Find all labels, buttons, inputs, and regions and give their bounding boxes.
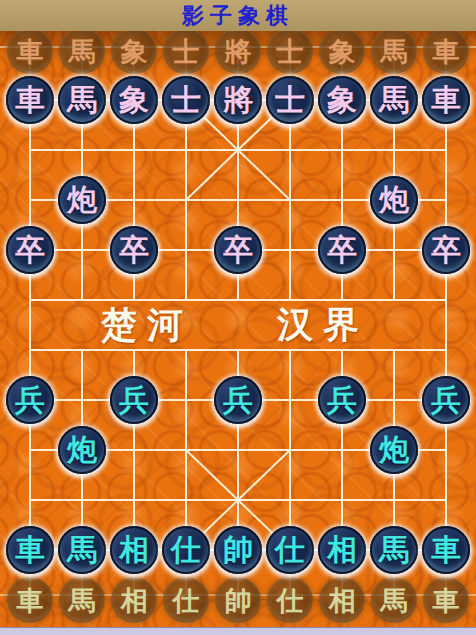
shadow-piece-glyph: 仕 (173, 587, 200, 614)
board-point[interactable]: 卒 (420, 225, 472, 275)
piece-black-cannon[interactable]: 炮 (370, 176, 418, 224)
shadow-piece: 馬 (371, 577, 417, 623)
shadow-piece: 車 (7, 577, 53, 623)
board-point[interactable]: 士 (160, 75, 212, 125)
piece-red-advisor[interactable]: 仕 (162, 526, 210, 574)
piece-red-advisor[interactable]: 仕 (266, 526, 314, 574)
board-point[interactable] (212, 325, 264, 375)
board-point[interactable] (4, 125, 56, 175)
board-point[interactable]: 相 (316, 525, 368, 575)
board-point[interactable] (4, 425, 56, 475)
board-point[interactable] (316, 425, 368, 475)
board-point[interactable] (264, 375, 316, 425)
piece-glyph: 炮 (67, 185, 97, 215)
piece-black-horse[interactable]: 馬 (58, 76, 106, 124)
board-point[interactable] (420, 425, 472, 475)
piece-red-soldier[interactable]: 兵 (318, 376, 366, 424)
app-title: 影子象棋 (182, 1, 294, 31)
piece-red-general[interactable]: 帥 (214, 526, 262, 574)
piece-glyph: 仕 (171, 535, 201, 565)
board-point[interactable] (368, 375, 420, 425)
board-point[interactable] (4, 175, 56, 225)
shadow-piece-glyph: 士 (277, 38, 304, 65)
board-point[interactable] (4, 475, 56, 525)
shadow-piece: 相 (319, 577, 365, 623)
board-point[interactable] (160, 325, 212, 375)
piece-black-soldier[interactable]: 卒 (214, 226, 262, 274)
shadow-piece-glyph: 士 (173, 38, 200, 65)
board-point[interactable]: 車 (420, 525, 472, 575)
piece-black-elephant[interactable]: 象 (318, 76, 366, 124)
board-point[interactable] (368, 225, 420, 275)
board-point[interactable] (160, 475, 212, 525)
board-point[interactable]: 仕 (160, 525, 212, 575)
shadow-piece-glyph: 帥 (225, 587, 252, 614)
board-point[interactable]: 卒 (212, 225, 264, 275)
board-point[interactable] (420, 325, 472, 375)
shadow-piece: 車 (7, 28, 53, 74)
piece-red-soldier[interactable]: 兵 (6, 376, 54, 424)
board-point[interactable] (108, 325, 160, 375)
board-point[interactable] (368, 275, 420, 325)
shadow-piece: 馬 (371, 28, 417, 74)
piece-glyph: 車 (15, 85, 45, 115)
board-point[interactable] (368, 475, 420, 525)
board-point[interactable]: 象 (108, 75, 160, 125)
board-point[interactable] (212, 175, 264, 225)
piece-glyph: 士 (171, 85, 201, 115)
board-point[interactable] (56, 225, 108, 275)
piece-black-rook[interactable]: 車 (6, 76, 54, 124)
piece-glyph: 象 (119, 85, 149, 115)
board-point[interactable] (212, 125, 264, 175)
shadow-piece: 仕 (267, 577, 313, 623)
board-point[interactable] (108, 125, 160, 175)
piece-glyph: 兵 (327, 385, 357, 415)
board-point[interactable]: 將 (212, 75, 264, 125)
board-point[interactable] (264, 275, 316, 325)
board-point[interactable] (316, 125, 368, 175)
piece-glyph: 馬 (379, 535, 409, 565)
piece-glyph: 卒 (15, 235, 45, 265)
shadow-piece-glyph: 馬 (381, 38, 408, 65)
piece-red-horse[interactable]: 馬 (58, 526, 106, 574)
piece-black-elephant[interactable]: 象 (110, 76, 158, 124)
piece-glyph: 相 (327, 535, 357, 565)
title-bar: 影子象棋 (0, 0, 476, 31)
board-point[interactable] (316, 325, 368, 375)
shadow-piece: 將 (215, 28, 261, 74)
shadow-piece-glyph: 將 (225, 38, 252, 65)
status-strip (0, 627, 476, 635)
piece-red-cannon[interactable]: 炮 (58, 426, 106, 474)
board-point[interactable] (316, 175, 368, 225)
board-point[interactable] (108, 425, 160, 475)
board-point[interactable] (4, 275, 56, 325)
board-point[interactable] (264, 125, 316, 175)
piece-black-soldier[interactable]: 卒 (6, 226, 54, 274)
board-point[interactable] (56, 375, 108, 425)
board-point[interactable] (108, 175, 160, 225)
board-point[interactable] (316, 475, 368, 525)
board-point[interactable] (420, 275, 472, 325)
board-point[interactable] (264, 325, 316, 375)
shadow-piece-glyph: 象 (329, 38, 356, 65)
shadow-piece: 馬 (59, 28, 105, 74)
board-point[interactable] (212, 475, 264, 525)
shadow-piece-glyph: 馬 (69, 38, 96, 65)
board-point[interactable] (264, 175, 316, 225)
board-point[interactable]: 馬 (368, 525, 420, 575)
board-point[interactable]: 帥 (212, 525, 264, 575)
board-point[interactable]: 卒 (4, 225, 56, 275)
shadow-piece-glyph: 車 (433, 587, 460, 614)
board-point[interactable]: 車 (4, 75, 56, 125)
piece-glyph: 將 (223, 85, 253, 115)
board-point[interactable] (160, 375, 212, 425)
board-point[interactable]: 炮 (56, 175, 108, 225)
piece-black-cannon[interactable]: 炮 (58, 176, 106, 224)
board-point[interactable] (212, 275, 264, 325)
piece-glyph: 車 (431, 85, 461, 115)
shadow-piece-glyph: 車 (433, 38, 460, 65)
board-point[interactable] (160, 275, 212, 325)
piece-glyph: 車 (431, 535, 461, 565)
piece-glyph: 相 (119, 535, 149, 565)
piece-glyph: 炮 (379, 435, 409, 465)
board-point[interactable]: 卒 (316, 225, 368, 275)
shadow-piece-glyph: 車 (17, 38, 44, 65)
shadow-piece-glyph: 相 (121, 587, 148, 614)
shadow-piece: 相 (111, 577, 157, 623)
board-point[interactable] (56, 475, 108, 525)
board-point[interactable]: 炮 (368, 175, 420, 225)
piece-glyph: 帥 (223, 535, 253, 565)
board-point[interactable]: 士 (264, 75, 316, 125)
board-point[interactable] (160, 175, 212, 225)
shadow-piece: 象 (111, 28, 157, 74)
board-point[interactable]: 炮 (368, 425, 420, 475)
piece-glyph: 卒 (327, 235, 357, 265)
board-point[interactable]: 炮 (56, 425, 108, 475)
piece-red-elephant[interactable]: 相 (110, 526, 158, 574)
shadow-piece-glyph: 車 (17, 587, 44, 614)
shadow-piece: 車 (423, 577, 469, 623)
board-point[interactable]: 馬 (56, 75, 108, 125)
board-point[interactable]: 仕 (264, 525, 316, 575)
board-point[interactable] (420, 125, 472, 175)
board-point[interactable]: 馬 (368, 75, 420, 125)
piece-black-soldier[interactable]: 卒 (110, 226, 158, 274)
board-point[interactable] (316, 275, 368, 325)
piece-red-rook[interactable]: 車 (422, 526, 470, 574)
piece-black-advisor[interactable]: 士 (266, 76, 314, 124)
board-point[interactable]: 兵 (108, 375, 160, 425)
board-point[interactable]: 相 (108, 525, 160, 575)
piece-red-cannon[interactable]: 炮 (370, 426, 418, 474)
shadow-piece-glyph: 馬 (69, 587, 96, 614)
shadow-piece-glyph: 仕 (277, 587, 304, 614)
piece-glyph: 兵 (431, 385, 461, 415)
shadow-row-top: 車馬象士將士象馬車 (4, 27, 472, 73)
piece-red-rook[interactable]: 車 (6, 526, 54, 574)
piece-red-soldier[interactable]: 兵 (214, 376, 262, 424)
board-point[interactable] (56, 325, 108, 375)
board-point[interactable] (368, 125, 420, 175)
board-point[interactable] (108, 275, 160, 325)
shadow-piece: 仕 (163, 577, 209, 623)
piece-glyph: 卒 (223, 235, 253, 265)
piece-glyph: 卒 (119, 235, 149, 265)
piece-glyph: 士 (275, 85, 305, 115)
board-point[interactable] (264, 225, 316, 275)
piece-glyph: 炮 (379, 185, 409, 215)
shadow-piece-glyph: 馬 (381, 587, 408, 614)
board-point[interactable] (264, 475, 316, 525)
board-point[interactable] (56, 125, 108, 175)
board-point[interactable]: 車 (4, 525, 56, 575)
shadow-piece: 車 (423, 28, 469, 74)
board-point[interactable]: 兵 (420, 375, 472, 425)
board-point[interactable]: 兵 (4, 375, 56, 425)
piece-glyph: 卒 (431, 235, 461, 265)
board-point[interactable]: 兵 (212, 375, 264, 425)
board-point[interactable] (56, 275, 108, 325)
board-point[interactable]: 象 (316, 75, 368, 125)
board-point[interactable] (108, 475, 160, 525)
piece-red-elephant[interactable]: 相 (318, 526, 366, 574)
shadow-row-bottom: 車馬相仕帥仕相馬車 (4, 576, 472, 622)
piece-glyph: 馬 (67, 85, 97, 115)
board-point[interactable] (368, 325, 420, 375)
piece-glyph: 車 (15, 535, 45, 565)
piece-glyph: 馬 (67, 535, 97, 565)
board-point[interactable] (160, 225, 212, 275)
piece-black-horse[interactable]: 馬 (370, 76, 418, 124)
piece-glyph: 象 (327, 85, 357, 115)
board-point[interactable] (212, 425, 264, 475)
board-point[interactable]: 馬 (56, 525, 108, 575)
piece-red-soldier[interactable]: 兵 (422, 376, 470, 424)
board-point[interactable] (264, 425, 316, 475)
board-point[interactable]: 卒 (108, 225, 160, 275)
shadow-piece: 士 (267, 28, 313, 74)
board-point[interactable]: 兵 (316, 375, 368, 425)
piece-red-soldier[interactable]: 兵 (110, 376, 158, 424)
piece-black-rook[interactable]: 車 (422, 76, 470, 124)
shadow-piece: 士 (163, 28, 209, 74)
shadow-piece-glyph: 相 (329, 587, 356, 614)
shadow-piece: 象 (319, 28, 365, 74)
board-point[interactable] (160, 425, 212, 475)
board-point[interactable]: 車 (420, 75, 472, 125)
piece-black-soldier[interactable]: 卒 (422, 226, 470, 274)
board-point[interactable] (160, 125, 212, 175)
piece-black-advisor[interactable]: 士 (162, 76, 210, 124)
xiangqi-app: 影子象棋 車馬象士將士象馬車 楚河 汉界 車馬象士將士象馬車炮炮卒卒卒卒卒兵兵兵… (0, 0, 476, 635)
shadow-piece: 帥 (215, 577, 261, 623)
piece-black-general[interactable]: 將 (214, 76, 262, 124)
shadow-piece: 馬 (59, 577, 105, 623)
xiangqi-board: 車馬象士將士象馬車炮炮卒卒卒卒卒兵兵兵兵兵炮炮車馬相仕帥仕相馬車 (4, 75, 472, 575)
piece-glyph: 炮 (67, 435, 97, 465)
piece-glyph: 兵 (223, 385, 253, 415)
piece-black-soldier[interactable]: 卒 (318, 226, 366, 274)
piece-glyph: 仕 (275, 535, 305, 565)
board-point[interactable] (420, 475, 472, 525)
piece-glyph: 馬 (379, 85, 409, 115)
board-point[interactable] (4, 325, 56, 375)
piece-glyph: 兵 (119, 385, 149, 415)
piece-red-horse[interactable]: 馬 (370, 526, 418, 574)
shadow-piece-glyph: 象 (121, 38, 148, 65)
board-point[interactable] (420, 175, 472, 225)
piece-glyph: 兵 (15, 385, 45, 415)
